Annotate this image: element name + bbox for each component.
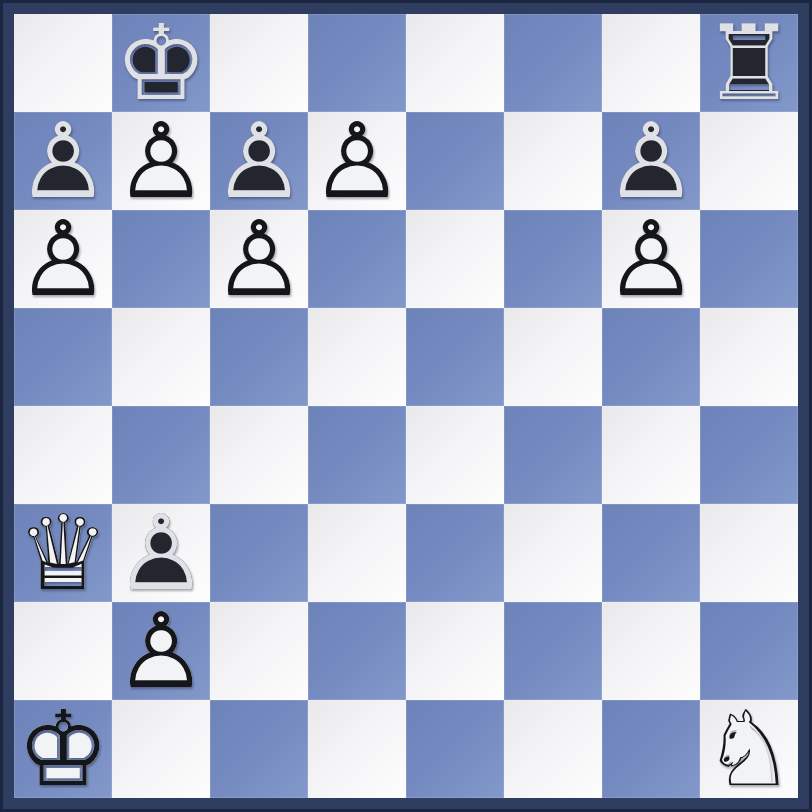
square-a6[interactable]: ♟♙ [14,210,112,308]
square-c7[interactable]: ♟♙ [210,112,308,210]
chess-board: ♚♔♜♖♟♙♟♙♟♙♟♙♟♙♟♙♟♙♟♙♛♕♟♙♟♙♚♔♞♘ [0,0,812,812]
square-d5[interactable] [308,308,406,406]
square-g5[interactable] [602,308,700,406]
black-pawn[interactable]: ♟♙ [112,504,210,602]
white-pawn[interactable]: ♟♙ [14,210,112,308]
black-pawn-glyph-outline: ♙ [112,504,210,602]
square-c2[interactable] [210,602,308,700]
square-h3[interactable] [700,504,798,602]
square-d8[interactable] [308,14,406,112]
square-a8[interactable] [14,14,112,112]
white-pawn[interactable]: ♟♙ [210,210,308,308]
square-e1[interactable] [406,700,504,798]
square-b7[interactable]: ♟♙ [112,112,210,210]
board-grid: ♚♔♜♖♟♙♟♙♟♙♟♙♟♙♟♙♟♙♟♙♛♕♟♙♟♙♚♔♞♘ [14,14,798,798]
square-h2[interactable] [700,602,798,700]
white-king-glyph-outline: ♔ [14,700,112,798]
square-a4[interactable] [14,406,112,504]
square-e2[interactable] [406,602,504,700]
square-e7[interactable] [406,112,504,210]
square-c3[interactable] [210,504,308,602]
square-d2[interactable] [308,602,406,700]
square-e4[interactable] [406,406,504,504]
black-pawn-glyph-outline: ♙ [602,112,700,210]
square-h8[interactable]: ♜♖ [700,14,798,112]
square-h5[interactable] [700,308,798,406]
square-c8[interactable] [210,14,308,112]
square-a5[interactable] [14,308,112,406]
square-d7[interactable]: ♟♙ [308,112,406,210]
white-king[interactable]: ♚♔ [14,700,112,798]
square-d4[interactable] [308,406,406,504]
square-h4[interactable] [700,406,798,504]
square-b3[interactable]: ♟♙ [112,504,210,602]
square-f6[interactable] [504,210,602,308]
square-f1[interactable] [504,700,602,798]
square-g2[interactable] [602,602,700,700]
square-h1[interactable]: ♞♘ [700,700,798,798]
white-pawn-glyph-outline: ♙ [14,210,112,308]
white-pawn[interactable]: ♟♙ [308,112,406,210]
square-b6[interactable] [112,210,210,308]
white-pawn-glyph-outline: ♙ [210,210,308,308]
white-pawn[interactable]: ♟♙ [112,602,210,700]
square-d3[interactable] [308,504,406,602]
square-h7[interactable] [700,112,798,210]
square-e6[interactable] [406,210,504,308]
square-a1[interactable]: ♚♔ [14,700,112,798]
black-pawn-glyph-outline: ♙ [210,112,308,210]
square-a7[interactable]: ♟♙ [14,112,112,210]
square-g1[interactable] [602,700,700,798]
square-g4[interactable] [602,406,700,504]
square-b4[interactable] [112,406,210,504]
white-pawn-glyph-outline: ♙ [308,112,406,210]
white-pawn-glyph-outline: ♙ [112,602,210,700]
black-pawn[interactable]: ♟♙ [210,112,308,210]
square-b8[interactable]: ♚♔ [112,14,210,112]
square-f3[interactable] [504,504,602,602]
square-g6[interactable]: ♟♙ [602,210,700,308]
square-f7[interactable] [504,112,602,210]
square-c4[interactable] [210,406,308,504]
white-knight-glyph-outline: ♘ [700,700,798,798]
square-a2[interactable] [14,602,112,700]
square-d6[interactable] [308,210,406,308]
square-f8[interactable] [504,14,602,112]
black-pawn[interactable]: ♟♙ [14,112,112,210]
square-f5[interactable] [504,308,602,406]
square-f4[interactable] [504,406,602,504]
square-d1[interactable] [308,700,406,798]
white-pawn-glyph-outline: ♙ [112,112,210,210]
black-pawn[interactable]: ♟♙ [602,112,700,210]
square-h6[interactable] [700,210,798,308]
square-e5[interactable] [406,308,504,406]
white-queen-glyph-outline: ♕ [14,504,112,602]
square-e8[interactable] [406,14,504,112]
white-queen[interactable]: ♛♕ [14,504,112,602]
white-knight[interactable]: ♞♘ [700,700,798,798]
square-e3[interactable] [406,504,504,602]
square-g7[interactable]: ♟♙ [602,112,700,210]
white-pawn-glyph-outline: ♙ [602,210,700,308]
square-g8[interactable] [602,14,700,112]
square-b1[interactable] [112,700,210,798]
square-f2[interactable] [504,602,602,700]
black-rook[interactable]: ♜♖ [700,14,798,112]
white-pawn[interactable]: ♟♙ [602,210,700,308]
black-rook-glyph-outline: ♖ [700,14,798,112]
square-g3[interactable] [602,504,700,602]
black-king[interactable]: ♚♔ [112,14,210,112]
black-king-glyph-outline: ♔ [112,14,210,112]
black-pawn-glyph-outline: ♙ [14,112,112,210]
square-c5[interactable] [210,308,308,406]
square-b5[interactable] [112,308,210,406]
square-a3[interactable]: ♛♕ [14,504,112,602]
square-c6[interactable]: ♟♙ [210,210,308,308]
square-b2[interactable]: ♟♙ [112,602,210,700]
white-pawn[interactable]: ♟♙ [112,112,210,210]
square-c1[interactable] [210,700,308,798]
